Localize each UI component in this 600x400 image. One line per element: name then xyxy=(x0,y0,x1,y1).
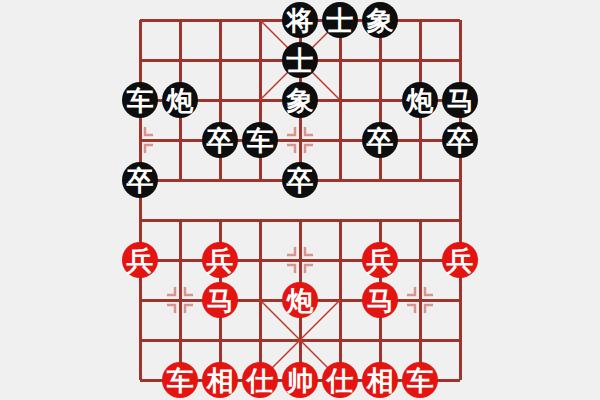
piece-black-soldier[interactable]: 卒 xyxy=(202,122,238,158)
piece-red-advisor[interactable]: 仕 xyxy=(242,362,278,398)
piece-red-soldier[interactable]: 兵 xyxy=(362,242,398,278)
piece-red-chariot[interactable]: 车 xyxy=(402,362,438,398)
xiangqi-screen: 将士象士车炮象炮马卒车卒卒卒卒兵兵兵兵马炮马车相仕帅仕相车 xyxy=(0,0,600,400)
piece-red-chariot[interactable]: 车 xyxy=(162,362,198,398)
piece-black-elephant[interactable]: 象 xyxy=(282,82,318,118)
piece-red-advisor[interactable]: 仕 xyxy=(322,362,358,398)
piece-black-soldier[interactable]: 卒 xyxy=(282,162,318,198)
piece-red-cannon[interactable]: 炮 xyxy=(282,282,318,318)
piece-red-soldier[interactable]: 兵 xyxy=(122,242,158,278)
piece-red-horse[interactable]: 马 xyxy=(362,282,398,318)
piece-red-horse[interactable]: 马 xyxy=(202,282,238,318)
piece-red-general[interactable]: 帅 xyxy=(282,362,318,398)
piece-black-soldier[interactable]: 卒 xyxy=(442,122,478,158)
piece-red-elephant[interactable]: 相 xyxy=(362,362,398,398)
piece-black-soldier[interactable]: 卒 xyxy=(362,122,398,158)
piece-red-soldier[interactable]: 兵 xyxy=(202,242,238,278)
piece-black-chariot[interactable]: 车 xyxy=(122,82,158,118)
piece-black-soldier[interactable]: 卒 xyxy=(122,162,158,198)
piece-black-horse[interactable]: 马 xyxy=(442,82,478,118)
piece-red-soldier[interactable]: 兵 xyxy=(442,242,478,278)
piece-black-cannon[interactable]: 炮 xyxy=(162,82,198,118)
xiangqi-board-grid[interactable]: 将士象士车炮象炮马卒车卒卒卒卒兵兵兵兵马炮马车相仕帅仕相车 xyxy=(120,0,480,400)
piece-black-chariot[interactable]: 车 xyxy=(242,122,278,158)
piece-black-cannon[interactable]: 炮 xyxy=(402,82,438,118)
piece-black-elephant[interactable]: 象 xyxy=(362,2,398,38)
piece-black-advisor[interactable]: 士 xyxy=(322,2,358,38)
piece-red-elephant[interactable]: 相 xyxy=(202,362,238,398)
piece-black-advisor[interactable]: 士 xyxy=(282,42,318,78)
piece-black-general[interactable]: 将 xyxy=(282,2,318,38)
